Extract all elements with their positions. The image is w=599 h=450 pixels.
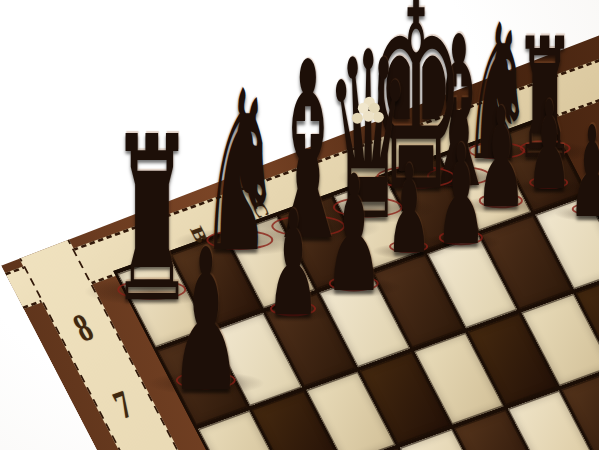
black-pawn-glyph: ♟ (324, 173, 383, 299)
pieces-layer: ♜♞♝♚♟♟♛♟♝♟♞♟♟♜♟♟ (0, 0, 599, 450)
black-pawn-glyph: ♟ (569, 123, 599, 221)
black-pawn-glyph: ♟ (266, 209, 320, 322)
piece-black-pawn-b7: ♟ (256, 252, 330, 317)
piece-black-pawn-h7: ♟ (560, 161, 599, 217)
piece-black-pawn-a7: ♟ (156, 303, 256, 390)
queen-crown-balls-icon (350, 98, 386, 124)
black-pawn-glyph: ♟ (436, 144, 487, 252)
chess-set-photo: 8 7 B C ♜♞♝♚♟♟♛♟♝♟♞♟♟♜♟♟ (0, 0, 599, 450)
black-pawn-glyph: ♟ (170, 246, 242, 399)
